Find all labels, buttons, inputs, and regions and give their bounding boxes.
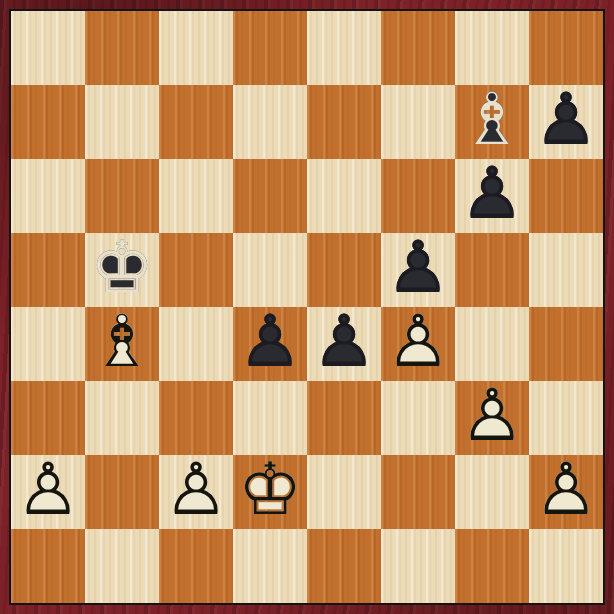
square-e2[interactable] [307, 455, 381, 529]
board-frame: ♝♗♟♙♟♙♚♔♟♙♝♗♟♙♟♙♟♙♟♙♟♙♟♙♚♔♟♙ [0, 0, 614, 614]
white-bishop-outline: ♗ [85, 304, 159, 378]
square-c1[interactable] [159, 529, 233, 603]
square-g5[interactable] [455, 233, 529, 307]
square-a8[interactable] [11, 11, 85, 85]
square-c4[interactable] [159, 307, 233, 381]
square-b3[interactable] [85, 381, 159, 455]
square-c2[interactable]: ♟♙ [159, 455, 233, 529]
square-a7[interactable] [11, 85, 85, 159]
square-a4[interactable] [11, 307, 85, 381]
white-pawn[interactable]: ♟♙ [381, 307, 455, 381]
chess-board: ♝♗♟♙♟♙♚♔♟♙♝♗♟♙♟♙♟♙♟♙♟♙♟♙♚♔♟♙ [9, 9, 605, 605]
square-c3[interactable] [159, 381, 233, 455]
white-pawn-outline: ♙ [455, 378, 529, 452]
square-e3[interactable] [307, 381, 381, 455]
square-f4[interactable]: ♟♙ [381, 307, 455, 381]
square-a2[interactable]: ♟♙ [11, 455, 85, 529]
white-pawn-outline: ♙ [529, 452, 603, 526]
square-e7[interactable] [307, 85, 381, 159]
white-pawn-outline: ♙ [11, 452, 85, 526]
square-e5[interactable] [307, 233, 381, 307]
square-g6[interactable]: ♟♙ [455, 159, 529, 233]
square-e1[interactable] [307, 529, 381, 603]
square-a3[interactable] [11, 381, 85, 455]
black-pawn-outline: ♙ [381, 230, 455, 304]
square-a1[interactable] [11, 529, 85, 603]
black-king-outline: ♔ [85, 230, 159, 304]
square-e4[interactable]: ♟♙ [307, 307, 381, 381]
square-b7[interactable] [85, 85, 159, 159]
square-f1[interactable] [381, 529, 455, 603]
square-g3[interactable]: ♟♙ [455, 381, 529, 455]
square-f2[interactable] [381, 455, 455, 529]
square-f7[interactable] [381, 85, 455, 159]
square-g4[interactable] [455, 307, 529, 381]
square-a5[interactable] [11, 233, 85, 307]
white-bishop[interactable]: ♝♗ [85, 307, 159, 381]
square-c7[interactable] [159, 85, 233, 159]
square-g8[interactable] [455, 11, 529, 85]
square-d8[interactable] [233, 11, 307, 85]
white-pawn[interactable]: ♟♙ [11, 455, 85, 529]
square-b2[interactable] [85, 455, 159, 529]
black-pawn-outline: ♙ [455, 156, 529, 230]
square-g7[interactable]: ♝♗ [455, 85, 529, 159]
black-pawn-outline: ♙ [307, 304, 381, 378]
black-pawn[interactable]: ♟♙ [233, 307, 307, 381]
square-e6[interactable] [307, 159, 381, 233]
square-g1[interactable] [455, 529, 529, 603]
black-king[interactable]: ♚♔ [85, 233, 159, 307]
square-a6[interactable] [11, 159, 85, 233]
square-d6[interactable] [233, 159, 307, 233]
square-d1[interactable] [233, 529, 307, 603]
square-d4[interactable]: ♟♙ [233, 307, 307, 381]
white-pawn-outline: ♙ [381, 304, 455, 378]
white-pawn-outline: ♙ [159, 452, 233, 526]
black-bishop[interactable]: ♝♗ [455, 85, 529, 159]
square-c6[interactable] [159, 159, 233, 233]
black-pawn-outline: ♙ [233, 304, 307, 378]
black-bishop-outline: ♗ [455, 82, 529, 156]
black-pawn[interactable]: ♟♙ [307, 307, 381, 381]
square-f8[interactable] [381, 11, 455, 85]
square-h2[interactable]: ♟♙ [529, 455, 603, 529]
square-f3[interactable] [381, 381, 455, 455]
square-b5[interactable]: ♚♔ [85, 233, 159, 307]
square-b8[interactable] [85, 11, 159, 85]
square-d7[interactable] [233, 85, 307, 159]
square-c8[interactable] [159, 11, 233, 85]
square-d5[interactable] [233, 233, 307, 307]
white-king-outline: ♔ [233, 452, 307, 526]
square-f5[interactable]: ♟♙ [381, 233, 455, 307]
black-pawn[interactable]: ♟♙ [529, 85, 603, 159]
white-pawn[interactable]: ♟♙ [455, 381, 529, 455]
square-b4[interactable]: ♝♗ [85, 307, 159, 381]
square-h3[interactable] [529, 381, 603, 455]
square-h4[interactable] [529, 307, 603, 381]
square-h5[interactable] [529, 233, 603, 307]
square-d2[interactable]: ♚♔ [233, 455, 307, 529]
black-pawn[interactable]: ♟♙ [381, 233, 455, 307]
square-h6[interactable] [529, 159, 603, 233]
white-king[interactable]: ♚♔ [233, 455, 307, 529]
square-f6[interactable] [381, 159, 455, 233]
square-h7[interactable]: ♟♙ [529, 85, 603, 159]
square-b1[interactable] [85, 529, 159, 603]
black-pawn[interactable]: ♟♙ [455, 159, 529, 233]
square-b6[interactable] [85, 159, 159, 233]
white-pawn[interactable]: ♟♙ [159, 455, 233, 529]
white-pawn[interactable]: ♟♙ [529, 455, 603, 529]
square-c5[interactable] [159, 233, 233, 307]
square-d3[interactable] [233, 381, 307, 455]
square-h1[interactable] [529, 529, 603, 603]
square-h8[interactable] [529, 11, 603, 85]
square-e8[interactable] [307, 11, 381, 85]
square-g2[interactable] [455, 455, 529, 529]
black-pawn-outline: ♙ [529, 82, 603, 156]
